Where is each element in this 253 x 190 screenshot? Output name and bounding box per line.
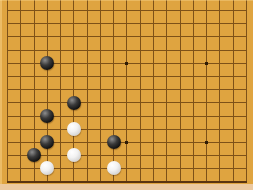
black-stone-D4 xyxy=(40,135,54,149)
white-stone-D2 xyxy=(40,161,54,175)
black-stone-D6 xyxy=(40,109,54,123)
black-stone-J4 xyxy=(107,135,121,149)
black-stone-D10 xyxy=(40,56,54,70)
white-stone-J2 xyxy=(107,161,121,175)
white-stone-F3 xyxy=(67,148,81,162)
white-stone-F5 xyxy=(67,122,81,136)
black-stone-F7 xyxy=(67,96,81,110)
black-stone-C3 xyxy=(27,148,41,162)
stone-layer xyxy=(1,4,253,188)
go-board[interactable] xyxy=(0,0,253,190)
board-top-bevel xyxy=(0,0,253,1)
